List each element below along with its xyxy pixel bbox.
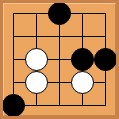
white-stone [25, 71, 48, 94]
intersection-r1c3[interactable] [48, 2, 71, 25]
intersection-r5c4[interactable] [71, 94, 94, 117]
intersection-r3c5[interactable] [94, 48, 117, 71]
intersection-r1c1[interactable] [2, 2, 25, 25]
intersection-r1c5[interactable] [94, 2, 117, 25]
black-stone [94, 48, 117, 71]
black-stone [2, 94, 25, 117]
intersection-r4c5[interactable] [94, 71, 117, 94]
intersection-r4c2[interactable] [25, 71, 48, 94]
intersection-r2c3[interactable] [48, 25, 71, 48]
intersection-r5c5[interactable] [94, 94, 117, 117]
intersection-r3c2[interactable] [25, 48, 48, 71]
go-board-grid [2, 2, 117, 117]
intersection-r4c3[interactable] [48, 71, 71, 94]
intersection-r5c3[interactable] [48, 94, 71, 117]
intersection-r1c2[interactable] [25, 2, 48, 25]
intersection-r5c1[interactable] [2, 94, 25, 117]
black-stone [48, 2, 71, 25]
go-board [0, 0, 119, 119]
intersection-r3c1[interactable] [2, 48, 25, 71]
intersection-r5c2[interactable] [25, 94, 48, 117]
black-stone [71, 48, 94, 71]
intersection-r2c1[interactable] [2, 25, 25, 48]
intersection-r1c4[interactable] [71, 2, 94, 25]
intersection-r3c4[interactable] [71, 48, 94, 71]
white-stone [71, 71, 94, 94]
white-stone [25, 48, 48, 71]
intersection-r4c1[interactable] [2, 71, 25, 94]
intersection-r2c4[interactable] [71, 25, 94, 48]
intersection-r2c5[interactable] [94, 25, 117, 48]
intersection-r4c4[interactable] [71, 71, 94, 94]
intersection-r2c2[interactable] [25, 25, 48, 48]
intersection-r3c3[interactable] [48, 48, 71, 71]
